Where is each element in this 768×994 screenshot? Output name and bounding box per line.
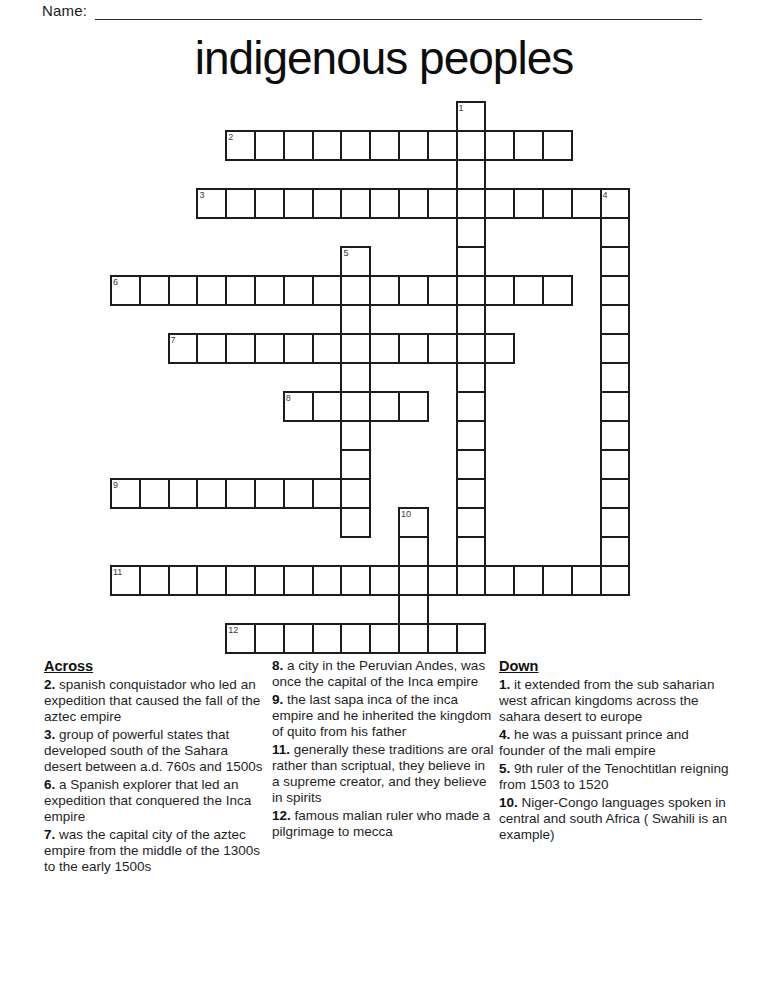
clue-item-6: 6. a Spanish explorer that led an expedi… xyxy=(44,777,264,825)
grid-cell-r15c17[interactable] xyxy=(600,536,631,567)
grid-cell-r18c12[interactable] xyxy=(456,623,487,654)
grid-cell-r8c13[interactable] xyxy=(484,333,515,364)
grid-cell-r16c0[interactable]: 11 xyxy=(110,565,141,596)
grid-cell-r7c8[interactable] xyxy=(340,304,371,335)
grid-cell-r16c9[interactable] xyxy=(369,565,400,596)
across-clues-list: 2. spanish conquistador who led an exped… xyxy=(44,677,264,875)
grid-cell-r14c8[interactable] xyxy=(340,507,371,538)
clue-item-number: 4. xyxy=(499,727,510,742)
grid-cell-r1c12[interactable] xyxy=(456,130,487,161)
grid-cell-r3c6[interactable] xyxy=(283,188,314,219)
grid-cell-r12c12[interactable] xyxy=(456,449,487,480)
grid-cell-r10c9[interactable] xyxy=(369,391,400,422)
clue-item-2: 2. spanish conquistador who led an exped… xyxy=(44,677,264,725)
clue-item-8: 8. a city in the Peruvian Andes, was onc… xyxy=(272,658,496,690)
grid-cell-r3c5[interactable] xyxy=(254,188,285,219)
across-clues-column: Across 2. spanish conquistador who led a… xyxy=(44,658,264,877)
down-header: Down xyxy=(499,658,731,674)
grid-cell-r16c12[interactable] xyxy=(456,565,487,596)
grid-cell-r6c13[interactable] xyxy=(484,275,515,306)
grid-cell-r4c17[interactable] xyxy=(600,217,631,248)
grid-cell-r7c17[interactable] xyxy=(600,304,631,335)
grid-cell-r6c15[interactable] xyxy=(542,275,573,306)
grid-cell-r13c12[interactable] xyxy=(456,478,487,509)
grid-cell-r3c11[interactable] xyxy=(427,188,458,219)
grid-cell-r8c12[interactable] xyxy=(456,333,487,364)
grid-cell-r3c7[interactable] xyxy=(312,188,343,219)
clue-item-3: 3. group of powerful states that develop… xyxy=(44,727,264,775)
clue-item-number: 3. xyxy=(44,727,55,742)
grid-cell-r6c5[interactable] xyxy=(254,275,285,306)
name-row: Name: xyxy=(42,2,702,20)
grid-cell-r8c17[interactable] xyxy=(600,333,631,364)
grid-cell-r9c17[interactable] xyxy=(600,362,631,393)
grid-cell-r8c5[interactable] xyxy=(254,333,285,364)
grid-cell-r18c7[interactable] xyxy=(312,623,343,654)
clue-item-5: 5. 9th ruler of the Tenochtitlan reignin… xyxy=(499,761,731,793)
grid-cell-r11c12[interactable] xyxy=(456,420,487,451)
grid-cell-r10c6[interactable]: 8 xyxy=(283,391,314,422)
clue-number-10: 10 xyxy=(401,509,411,519)
grid-cell-r8c10[interactable] xyxy=(398,333,429,364)
puzzle-title: indigenous peoples xyxy=(0,30,768,86)
clue-item-10: 10. Niger-Congo languages spoken in cent… xyxy=(499,795,731,843)
grid-cell-r3c17[interactable]: 4 xyxy=(600,188,631,219)
grid-cell-r18c10[interactable] xyxy=(398,623,429,654)
clue-item-number: 2. xyxy=(44,677,55,692)
grid-cell-r3c16[interactable] xyxy=(571,188,602,219)
clue-number-7: 7 xyxy=(171,335,176,345)
grid-cell-r8c8[interactable] xyxy=(340,333,371,364)
grid-cell-r1c14[interactable] xyxy=(513,130,544,161)
grid-cell-r11c17[interactable] xyxy=(600,420,631,451)
grid-cell-r8c4[interactable] xyxy=(225,333,256,364)
grid-cell-r0c12[interactable]: 1 xyxy=(456,101,487,132)
clue-item-number: 7. xyxy=(44,827,55,842)
grid-cell-r10c10[interactable] xyxy=(398,391,429,422)
grid-cell-r6c11[interactable] xyxy=(427,275,458,306)
clue-item-number: 11. xyxy=(272,742,290,757)
grid-cell-r3c10[interactable] xyxy=(398,188,429,219)
grid-cell-r3c15[interactable] xyxy=(542,188,573,219)
grid-cell-r13c6[interactable] xyxy=(283,478,314,509)
name-write-line xyxy=(95,2,702,20)
clue-number-5: 5 xyxy=(343,248,348,258)
clue-item-11: 11. generally these traditions are oral … xyxy=(272,742,496,806)
grid-cell-r1c11[interactable] xyxy=(427,130,458,161)
across-clues-list-continued: 8. a city in the Peruvian Andes, was onc… xyxy=(272,658,496,840)
clue-number-4: 4 xyxy=(603,190,608,200)
grid-cell-r1c5[interactable] xyxy=(254,130,285,161)
grid-cell-r18c11[interactable] xyxy=(427,623,458,654)
grid-cell-r16c16[interactable] xyxy=(571,565,602,596)
grid-cell-r3c12[interactable] xyxy=(456,188,487,219)
clue-item-number: 10. xyxy=(499,795,518,810)
clue-number-6: 6 xyxy=(113,277,118,287)
grid-cell-r13c1[interactable] xyxy=(139,478,170,509)
grid-cell-r6c4[interactable] xyxy=(225,275,256,306)
grid-cell-r18c8[interactable] xyxy=(340,623,371,654)
grid-cell-r18c6[interactable] xyxy=(283,623,314,654)
grid-cell-r18c4[interactable]: 12 xyxy=(225,623,256,654)
grid-cell-r16c10[interactable] xyxy=(398,565,429,596)
clue-item-number: 9. xyxy=(272,692,283,707)
grid-cell-r6c9[interactable] xyxy=(369,275,400,306)
grid-cell-r9c12[interactable] xyxy=(456,362,487,393)
grid-cell-r1c7[interactable] xyxy=(312,130,343,161)
clue-item-1: 1. it extended from the sub saharian wes… xyxy=(499,677,731,725)
grid-cell-r3c9[interactable] xyxy=(369,188,400,219)
grid-cell-r6c14[interactable] xyxy=(513,275,544,306)
grid-cell-r1c8[interactable] xyxy=(340,130,371,161)
down-clues-column: Down 1. it extended from the sub saharia… xyxy=(499,658,731,845)
grid-cell-r1c4[interactable]: 2 xyxy=(225,130,256,161)
grid-cell-r14c10[interactable]: 10 xyxy=(398,507,429,538)
grid-cell-r6c10[interactable] xyxy=(398,275,429,306)
grid-cell-r3c4[interactable] xyxy=(225,188,256,219)
name-label: Name: xyxy=(42,2,95,20)
clue-item-number: 1. xyxy=(499,677,510,692)
clue-item-9: 9. the last sapa inca of the inca empire… xyxy=(272,692,496,740)
clue-item-number: 8. xyxy=(272,658,283,673)
grid-cell-r1c9[interactable] xyxy=(369,130,400,161)
grid-cell-r16c7[interactable] xyxy=(312,565,343,596)
grid-cell-r1c10[interactable] xyxy=(398,130,429,161)
grid-cell-r16c17[interactable] xyxy=(600,565,631,596)
across-header: Across xyxy=(44,658,264,674)
grid-cell-r10c8[interactable] xyxy=(340,391,371,422)
clue-number-2: 2 xyxy=(228,132,233,142)
crossword-grid: 123456789101112 xyxy=(110,101,632,654)
grid-cell-r16c2[interactable] xyxy=(168,565,199,596)
grid-cell-r14c12[interactable] xyxy=(456,507,487,538)
grid-cell-r8c11[interactable] xyxy=(427,333,458,364)
grid-cell-r1c13[interactable] xyxy=(484,130,515,161)
grid-cell-r13c0[interactable]: 9 xyxy=(110,478,141,509)
grid-cell-r6c0[interactable]: 6 xyxy=(110,275,141,306)
grid-cell-r6c7[interactable] xyxy=(312,275,343,306)
grid-cell-r13c5[interactable] xyxy=(254,478,285,509)
grid-cell-r3c14[interactable] xyxy=(513,188,544,219)
across-clues-column-continued: 8. a city in the Peruvian Andes, was onc… xyxy=(272,658,496,842)
grid-cell-r16c8[interactable] xyxy=(340,565,371,596)
grid-cell-r16c15[interactable] xyxy=(542,565,573,596)
grid-cell-r1c15[interactable] xyxy=(542,130,573,161)
grid-cell-r2c12[interactable] xyxy=(456,159,487,190)
grid-cell-r4c12[interactable] xyxy=(456,217,487,248)
grid-cell-r10c12[interactable] xyxy=(456,391,487,422)
grid-cell-r3c13[interactable] xyxy=(484,188,515,219)
clue-number-11: 11 xyxy=(113,567,122,577)
grid-cell-r6c6[interactable] xyxy=(283,275,314,306)
grid-cell-r3c3[interactable]: 3 xyxy=(196,188,227,219)
grid-cell-r18c9[interactable] xyxy=(369,623,400,654)
clue-item-12: 12. famous malian ruler who made a pilgr… xyxy=(272,808,496,840)
grid-cell-r16c14[interactable] xyxy=(513,565,544,596)
grid-cell-r5c8[interactable]: 5 xyxy=(340,246,371,277)
down-clues-list: 1. it extended from the sub saharian wes… xyxy=(499,677,731,843)
grid-cell-r10c7[interactable] xyxy=(312,391,343,422)
grid-cell-r11c8[interactable] xyxy=(340,420,371,451)
clue-item-7: 7. was the capital city of the aztec emp… xyxy=(44,827,264,875)
grid-cell-r5c12[interactable] xyxy=(456,246,487,277)
grid-cell-r6c12[interactable] xyxy=(456,275,487,306)
grid-cell-r16c1[interactable] xyxy=(139,565,170,596)
worksheet-page: Name: indigenous peoples 123456789101112… xyxy=(0,0,768,994)
grid-cell-r8c2[interactable]: 7 xyxy=(168,333,199,364)
grid-cell-r6c17[interactable] xyxy=(600,275,631,306)
grid-cell-r13c2[interactable] xyxy=(168,478,199,509)
clue-item-number: 12. xyxy=(272,808,291,823)
grid-cell-r12c8[interactable] xyxy=(340,449,371,480)
grid-cell-r13c3[interactable] xyxy=(196,478,227,509)
clue-item-4: 4. he was a puissant prince and founder … xyxy=(499,727,731,759)
grid-cell-r13c8[interactable] xyxy=(340,478,371,509)
grid-cell-r13c17[interactable] xyxy=(600,478,631,509)
grid-cell-r16c5[interactable] xyxy=(254,565,285,596)
grid-cell-r16c11[interactable] xyxy=(427,565,458,596)
grid-cell-r8c9[interactable] xyxy=(369,333,400,364)
grid-cell-r10c17[interactable] xyxy=(600,391,631,422)
clue-number-1: 1 xyxy=(459,103,464,113)
grid-cell-r15c10[interactable] xyxy=(398,536,429,567)
grid-cell-r18c5[interactable] xyxy=(254,623,285,654)
grid-cell-r8c6[interactable] xyxy=(283,333,314,364)
grid-cell-r17c10[interactable] xyxy=(398,594,429,625)
grid-cell-r6c8[interactable] xyxy=(340,275,371,306)
clue-item-number: 5. xyxy=(499,761,510,776)
grid-cell-r13c7[interactable] xyxy=(312,478,343,509)
clue-number-3: 3 xyxy=(199,190,204,200)
grid-cell-r12c17[interactable] xyxy=(600,449,631,480)
grid-cell-r16c13[interactable] xyxy=(484,565,515,596)
grid-cell-r16c6[interactable] xyxy=(283,565,314,596)
clue-number-8: 8 xyxy=(286,393,291,403)
grid-cell-r15c12[interactable] xyxy=(456,536,487,567)
grid-cell-r9c8[interactable] xyxy=(340,362,371,393)
grid-cell-r6c1[interactable] xyxy=(139,275,170,306)
clue-item-number: 6. xyxy=(44,777,55,792)
grid-cell-r16c4[interactable] xyxy=(225,565,256,596)
grid-cell-r16c3[interactable] xyxy=(196,565,227,596)
grid-cell-r7c12[interactable] xyxy=(456,304,487,335)
grid-cell-r3c8[interactable] xyxy=(340,188,371,219)
grid-cell-r14c17[interactable] xyxy=(600,507,631,538)
clue-number-9: 9 xyxy=(113,480,118,490)
clue-number-12: 12 xyxy=(228,625,238,635)
grid-cell-r6c3[interactable] xyxy=(196,275,227,306)
grid-cell-r8c7[interactable] xyxy=(312,333,343,364)
grid-cell-r1c6[interactable] xyxy=(283,130,314,161)
grid-cell-r8c3[interactable] xyxy=(196,333,227,364)
grid-cell-r5c17[interactable] xyxy=(600,246,631,277)
grid-cell-r6c2[interactable] xyxy=(168,275,199,306)
grid-cell-r13c4[interactable] xyxy=(225,478,256,509)
